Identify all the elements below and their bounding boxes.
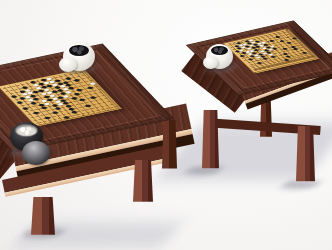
intersection xyxy=(306,56,310,57)
black-stone: ● xyxy=(32,111,40,115)
intersection xyxy=(309,50,311,52)
intersection: ● xyxy=(89,96,97,100)
intersection xyxy=(103,110,108,111)
intersection xyxy=(81,81,84,84)
intersection xyxy=(49,122,54,123)
intersection xyxy=(103,104,106,107)
intersection xyxy=(54,121,59,122)
intersection xyxy=(294,51,296,53)
intersection xyxy=(278,63,282,64)
intersection xyxy=(38,124,43,125)
intersection xyxy=(269,65,273,66)
intersection xyxy=(56,75,61,76)
intersection xyxy=(307,48,309,50)
intersection xyxy=(275,65,279,66)
intersection: ● xyxy=(239,54,245,57)
intersection xyxy=(49,122,54,123)
intersection xyxy=(258,68,262,69)
intersection xyxy=(273,63,277,64)
intersection xyxy=(243,60,245,62)
intersection xyxy=(262,67,266,68)
intersection xyxy=(255,70,259,71)
intersection xyxy=(86,114,91,115)
intersection xyxy=(7,85,12,86)
intersection xyxy=(114,108,119,109)
intersection xyxy=(283,63,287,64)
intersection xyxy=(290,60,294,61)
intersection xyxy=(78,112,86,116)
intersection xyxy=(269,64,273,65)
intersection xyxy=(103,104,106,107)
left-table-front-left-leg xyxy=(31,197,55,236)
intersection: ● xyxy=(86,86,94,90)
intersection xyxy=(294,59,298,60)
intersection xyxy=(300,41,302,43)
intersection xyxy=(288,30,290,32)
intersection xyxy=(264,35,268,36)
intersection xyxy=(97,111,102,112)
intersection xyxy=(308,58,312,59)
intersection xyxy=(81,115,86,116)
intersection xyxy=(307,57,311,58)
intersection xyxy=(108,96,111,99)
intersection xyxy=(27,113,30,116)
black-stone: ● xyxy=(270,55,276,58)
black-stone: ● xyxy=(256,61,262,64)
intersection xyxy=(105,99,113,103)
intersection xyxy=(114,108,119,109)
intersection xyxy=(18,83,23,84)
intersection: ● xyxy=(270,55,276,58)
intersection xyxy=(291,33,293,35)
intersection: ● xyxy=(51,111,59,115)
intersection: ● xyxy=(32,111,40,115)
intersection xyxy=(276,32,280,33)
black-stone: ● xyxy=(282,47,288,50)
intersection xyxy=(266,67,270,68)
intersection xyxy=(100,100,108,104)
intersection: ● xyxy=(70,110,78,114)
intersection xyxy=(300,46,306,49)
intersection xyxy=(80,73,88,77)
intersection xyxy=(248,64,250,66)
intersection xyxy=(97,85,100,88)
intersection xyxy=(97,111,102,112)
intersection xyxy=(92,113,97,114)
intersection xyxy=(283,33,289,36)
intersection xyxy=(267,62,273,65)
intersection xyxy=(291,61,295,62)
intersection xyxy=(92,113,97,114)
intersection xyxy=(281,61,285,62)
intersection xyxy=(111,105,119,109)
intersection: ● xyxy=(301,51,307,54)
black-stone: ● xyxy=(21,106,29,110)
intersection xyxy=(13,84,18,85)
intersection xyxy=(312,53,314,55)
black-stone: ● xyxy=(84,104,92,108)
intersection xyxy=(97,99,100,102)
intersection: ● xyxy=(21,106,29,110)
intersection xyxy=(260,36,264,37)
intersection: ● xyxy=(78,98,86,102)
intersection xyxy=(81,115,86,116)
intersection xyxy=(311,56,315,57)
intersection xyxy=(268,58,274,61)
intersection xyxy=(299,55,305,58)
intersection xyxy=(49,122,54,123)
right-table-front-right-leg xyxy=(296,126,315,183)
intersection xyxy=(290,60,294,61)
intersection xyxy=(298,39,300,41)
intersection xyxy=(105,93,108,96)
intersection xyxy=(282,62,286,63)
intersection xyxy=(312,53,314,55)
intersection xyxy=(262,67,266,68)
black-stone: ● xyxy=(43,116,51,120)
intersection xyxy=(258,68,262,69)
intersection xyxy=(262,67,266,68)
intersection xyxy=(282,62,286,63)
intersection xyxy=(271,66,275,67)
intersection xyxy=(43,123,48,124)
intersection xyxy=(86,114,91,115)
intersection xyxy=(310,55,314,56)
intersection xyxy=(275,65,279,66)
intersection xyxy=(81,108,89,112)
intersection xyxy=(86,114,91,115)
black-stone: ● xyxy=(262,57,268,60)
intersection xyxy=(263,63,269,66)
intersection xyxy=(284,30,290,33)
intersection xyxy=(274,64,278,65)
intersection xyxy=(274,64,278,65)
left-table-front-right-leg xyxy=(133,160,153,203)
intersection xyxy=(4,89,12,93)
intersection xyxy=(246,61,252,64)
intersection xyxy=(108,109,113,110)
intersection xyxy=(54,121,59,122)
right-table-rear-leg xyxy=(260,100,272,138)
intersection xyxy=(97,98,105,102)
left-table-rear-right-leg xyxy=(162,120,177,170)
intersection xyxy=(29,116,32,119)
black-stone: ● xyxy=(62,115,70,119)
intersection xyxy=(92,113,97,114)
intersection xyxy=(29,115,37,119)
intersection xyxy=(264,35,270,38)
intersection xyxy=(32,119,35,122)
intersection xyxy=(266,66,270,67)
intersection xyxy=(307,48,309,50)
intersection xyxy=(2,86,10,90)
intersection xyxy=(254,69,258,70)
intersection xyxy=(300,41,302,43)
intersection xyxy=(114,108,119,109)
intersection: ● xyxy=(291,37,297,40)
intersection xyxy=(114,102,117,105)
intersection: ● xyxy=(43,116,51,120)
intersection xyxy=(288,30,290,32)
intersection xyxy=(299,59,303,60)
black-stones-in-bowl xyxy=(211,46,228,55)
intersection xyxy=(103,110,108,111)
intersection xyxy=(298,58,302,59)
black-stone: ● xyxy=(70,110,78,114)
intersection xyxy=(284,30,288,31)
intersection xyxy=(89,76,92,79)
intersection xyxy=(38,124,43,125)
intersection xyxy=(86,114,91,115)
intersection xyxy=(302,57,306,58)
right-table-front-left-leg xyxy=(202,110,219,170)
intersection xyxy=(250,66,256,69)
intersection xyxy=(83,76,91,80)
intersection xyxy=(2,87,5,90)
intersection xyxy=(268,34,272,35)
intersection xyxy=(54,121,59,122)
intersection xyxy=(40,120,48,124)
intersection xyxy=(277,62,281,63)
intersection xyxy=(312,57,316,58)
intersection xyxy=(274,64,278,65)
intersection xyxy=(275,60,279,61)
intersection xyxy=(81,115,86,116)
black-stone: ● xyxy=(40,106,48,110)
intersection xyxy=(103,110,108,111)
intersection xyxy=(295,55,301,58)
intersection xyxy=(307,57,311,58)
intersection xyxy=(293,53,299,56)
intersection xyxy=(280,31,284,32)
intersection xyxy=(92,106,100,110)
white-bowl-lid-left xyxy=(59,57,77,72)
intersection xyxy=(94,88,102,92)
intersection xyxy=(76,116,81,117)
intersection: ● xyxy=(271,47,277,50)
right-table-leg-shadow-right xyxy=(278,180,324,189)
intersection xyxy=(306,56,310,57)
intersection xyxy=(250,65,254,66)
intersection xyxy=(308,53,314,56)
intersection xyxy=(275,60,281,63)
intersection xyxy=(295,55,299,56)
intersection xyxy=(4,90,7,93)
intersection xyxy=(259,69,263,70)
black-stone: ● xyxy=(51,111,59,115)
intersection xyxy=(241,57,243,59)
intersection xyxy=(76,116,81,117)
intersection xyxy=(89,90,92,93)
intersection xyxy=(108,102,116,106)
intersection xyxy=(280,31,286,34)
intersection xyxy=(76,116,81,117)
intersection xyxy=(89,110,97,114)
intersection xyxy=(278,63,282,64)
intersection xyxy=(97,111,102,112)
intersection xyxy=(258,68,262,69)
intersection xyxy=(271,66,275,67)
intersection xyxy=(103,103,111,107)
black-stone: ● xyxy=(16,101,24,105)
black-stone: ● xyxy=(291,37,297,40)
intersection xyxy=(294,59,298,60)
intersection xyxy=(295,60,299,61)
black-stone: ● xyxy=(239,54,245,57)
intersection xyxy=(303,54,309,57)
black-stones-in-bowl xyxy=(69,45,89,56)
intersection: ● xyxy=(282,47,288,50)
intersection xyxy=(43,123,48,124)
intersection: ● xyxy=(285,41,291,44)
intersection: ● xyxy=(40,106,48,110)
intersection xyxy=(298,44,304,47)
intersection xyxy=(306,56,310,57)
intersection xyxy=(261,66,265,67)
intersection xyxy=(102,91,105,94)
intersection xyxy=(266,66,270,67)
intersection: ● xyxy=(283,58,289,61)
intersection xyxy=(227,43,231,44)
intersection xyxy=(253,68,257,69)
intersection xyxy=(304,46,306,48)
intersection xyxy=(303,58,307,59)
intersection xyxy=(97,111,102,112)
intersection xyxy=(108,109,113,110)
intersection xyxy=(302,44,304,46)
intersection xyxy=(298,58,302,59)
intersection xyxy=(302,57,306,58)
intersection xyxy=(111,99,114,102)
intersection xyxy=(286,61,290,62)
intersection xyxy=(86,73,89,76)
intersection xyxy=(283,63,287,64)
black-stone: ● xyxy=(269,39,275,42)
intersection xyxy=(295,60,299,61)
intersection xyxy=(89,90,92,93)
intersection xyxy=(299,59,303,60)
intersection xyxy=(105,107,108,110)
intersection xyxy=(293,59,297,60)
intersection xyxy=(84,111,92,115)
intersection xyxy=(105,107,108,110)
intersection xyxy=(97,104,105,108)
black-stone: ● xyxy=(247,58,253,61)
intersection xyxy=(296,41,302,44)
intersection: ● xyxy=(16,101,24,105)
intersection xyxy=(81,115,86,116)
intersection xyxy=(302,57,306,58)
intersection xyxy=(286,61,290,62)
go-board-left: ●●●●●●●●●●●●●●●●●●●●●●●●●●●●●●●●●●●●●●●●… xyxy=(0,69,119,126)
intersection xyxy=(254,69,258,70)
intersection xyxy=(38,124,43,125)
intersection xyxy=(298,58,302,59)
intersection xyxy=(7,85,15,89)
intersection xyxy=(38,124,43,125)
intersection xyxy=(303,58,307,59)
intersection xyxy=(270,65,274,66)
intersection xyxy=(114,108,119,109)
intersection xyxy=(81,81,84,84)
intersection xyxy=(248,63,254,66)
intersection xyxy=(100,102,103,105)
intersection: ● xyxy=(72,78,80,82)
intersection xyxy=(95,109,103,113)
intersection xyxy=(271,61,277,64)
intersection xyxy=(297,53,299,55)
intersection xyxy=(287,62,291,63)
intersection xyxy=(61,74,66,75)
intersection xyxy=(49,122,54,123)
intersection: ● xyxy=(247,58,253,61)
intersection xyxy=(279,64,283,65)
intersection xyxy=(105,106,113,110)
intersection: ● xyxy=(262,57,268,60)
intersection xyxy=(253,68,257,69)
white-stones-in-bowl xyxy=(16,125,37,136)
intersection xyxy=(97,91,105,95)
black-stone: ● xyxy=(283,58,289,61)
intersection xyxy=(265,65,269,66)
intersection xyxy=(24,110,27,113)
intersection xyxy=(311,56,315,57)
intersection xyxy=(291,33,293,35)
intersection xyxy=(287,62,291,63)
black-stone: ● xyxy=(285,41,291,44)
intersection xyxy=(76,116,81,117)
intersection xyxy=(270,65,274,66)
black-stone: ● xyxy=(292,48,298,51)
intersection xyxy=(32,118,40,122)
intersection xyxy=(2,86,7,87)
intersection xyxy=(108,109,113,110)
black-stone: ● xyxy=(89,96,97,100)
intersection xyxy=(38,124,43,125)
intersection xyxy=(267,67,271,68)
black-bowl-lid-left xyxy=(22,141,50,165)
intersection xyxy=(250,67,252,69)
intersection xyxy=(254,69,258,70)
intersection xyxy=(100,102,103,105)
intersection xyxy=(310,55,314,56)
black-stone: ● xyxy=(271,47,277,50)
intersection xyxy=(108,109,113,110)
intersection xyxy=(311,56,315,57)
intersection xyxy=(43,123,48,124)
intersection xyxy=(303,58,307,59)
intersection xyxy=(54,121,59,122)
black-stone: ● xyxy=(86,86,94,90)
intersection xyxy=(43,123,48,124)
intersection xyxy=(299,59,303,60)
intersection xyxy=(270,61,274,62)
intersection xyxy=(277,43,283,46)
intersection xyxy=(100,93,108,97)
intersection xyxy=(298,39,300,41)
intersection xyxy=(97,111,102,112)
intersection xyxy=(278,63,282,64)
intersection xyxy=(302,44,304,46)
intersection xyxy=(291,61,295,62)
intersection xyxy=(92,113,97,114)
intersection xyxy=(51,76,56,77)
intersection xyxy=(287,33,293,36)
intersection xyxy=(255,65,261,68)
intersection xyxy=(295,60,299,61)
intersection: ● xyxy=(292,48,298,51)
intersection xyxy=(94,102,102,106)
